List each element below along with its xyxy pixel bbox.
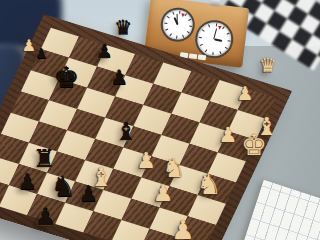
clock-button[interactable] xyxy=(210,0,220,7)
black-king-c8[interactable]: ♚ xyxy=(53,63,79,92)
white-king-d2[interactable]: ♚ xyxy=(241,131,267,160)
black-pawn-a7[interactable]: ♟ xyxy=(95,42,112,61)
clock-dial-left xyxy=(159,6,197,44)
black-pawn-e7[interactable]: ♟ xyxy=(34,205,56,229)
black-rook-d8[interactable]: ♜ xyxy=(33,146,55,171)
white-pawn-f4[interactable]: ♟ xyxy=(153,182,174,205)
white-queen-captured[interactable]: ♛ xyxy=(259,55,277,75)
black-knight-e6[interactable]: ♞ xyxy=(50,173,75,201)
black-pawn-captured[interactable]: ♟ xyxy=(35,46,48,60)
white-pawn-b2[interactable]: ♟ xyxy=(236,84,253,103)
white-bishop-d6[interactable]: ♝ xyxy=(89,164,112,190)
white-knight-g3[interactable]: ♞ xyxy=(196,171,221,199)
black-queen-captured[interactable]: ♛ xyxy=(114,17,132,37)
black-pawn-b6[interactable]: ♟ xyxy=(110,67,128,87)
photo-scene: ♚♟♟♜♟♝♞♟♟♝♟♝♚♟♞♟♞♟♟♛♛♟♟ xyxy=(0,0,320,240)
black-pawn-d7[interactable]: ♟ xyxy=(17,171,37,193)
white-knight-d4[interactable]: ♞ xyxy=(162,155,185,181)
white-pawn-g4[interactable]: ♟ xyxy=(171,217,194,240)
black-bishop-d5[interactable]: ♝ xyxy=(115,119,137,144)
white-pawn-c5[interactable]: ♟ xyxy=(136,150,156,172)
white-pawn-d3[interactable]: ♟ xyxy=(219,125,238,146)
